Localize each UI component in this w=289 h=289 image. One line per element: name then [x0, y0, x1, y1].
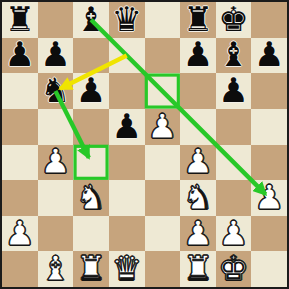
square-h6[interactable] [251, 73, 287, 109]
piece-white-knight[interactable]: ♞ [76, 180, 106, 214]
chess-board-frame: ♜♝♛♜♚♟♟♟♝♟♞♟♟♟♟♟♟♞♞♟♟♟♟♝♜♛♜♚ [0, 0, 289, 289]
square-h8[interactable] [251, 2, 287, 38]
piece-black-queen[interactable]: ♛ [111, 2, 141, 36]
square-a5[interactable] [2, 109, 38, 145]
square-h4[interactable] [251, 145, 287, 181]
square-b3[interactable] [38, 180, 74, 216]
square-h3[interactable]: ♟ [251, 180, 287, 216]
piece-black-pawn[interactable]: ♟ [111, 109, 141, 143]
square-f8[interactable]: ♜ [180, 2, 216, 38]
piece-black-pawn[interactable]: ♟ [5, 37, 35, 71]
square-d7[interactable] [109, 38, 145, 74]
square-a8[interactable]: ♜ [2, 2, 38, 38]
piece-black-pawn[interactable]: ♟ [40, 37, 70, 71]
piece-white-queen[interactable]: ♛ [111, 251, 141, 285]
piece-black-pawn[interactable]: ♟ [218, 73, 248, 107]
square-e4[interactable] [145, 145, 181, 181]
square-g8[interactable]: ♚ [216, 2, 252, 38]
piece-black-pawn[interactable]: ♟ [254, 37, 284, 71]
square-h2[interactable] [251, 216, 287, 252]
square-c6[interactable]: ♟ [73, 73, 109, 109]
piece-white-rook[interactable]: ♜ [183, 251, 213, 285]
square-b2[interactable] [38, 216, 74, 252]
square-e5[interactable]: ♟ [145, 109, 181, 145]
square-b8[interactable] [38, 2, 74, 38]
square-e6[interactable] [145, 73, 181, 109]
square-c4[interactable] [73, 145, 109, 181]
square-h7[interactable]: ♟ [251, 38, 287, 74]
piece-white-pawn[interactable]: ♟ [218, 216, 248, 250]
square-f4[interactable]: ♟ [180, 145, 216, 181]
piece-white-pawn[interactable]: ♟ [183, 144, 213, 178]
square-g1[interactable]: ♚ [216, 251, 252, 287]
square-d1[interactable]: ♛ [109, 251, 145, 287]
square-d8[interactable]: ♛ [109, 2, 145, 38]
square-a2[interactable]: ♟ [2, 216, 38, 252]
square-f1[interactable]: ♜ [180, 251, 216, 287]
square-a7[interactable]: ♟ [2, 38, 38, 74]
square-b1[interactable]: ♝ [38, 251, 74, 287]
square-b7[interactable]: ♟ [38, 38, 74, 74]
square-g5[interactable] [216, 109, 252, 145]
square-f5[interactable] [180, 109, 216, 145]
square-g6[interactable]: ♟ [216, 73, 252, 109]
square-d5[interactable]: ♟ [109, 109, 145, 145]
piece-white-knight[interactable]: ♞ [183, 180, 213, 214]
square-a6[interactable] [2, 73, 38, 109]
square-h1[interactable] [251, 251, 287, 287]
square-e8[interactable] [145, 2, 181, 38]
square-f3[interactable]: ♞ [180, 180, 216, 216]
piece-black-pawn[interactable]: ♟ [76, 73, 106, 107]
square-a1[interactable] [2, 251, 38, 287]
piece-black-rook[interactable]: ♜ [5, 2, 35, 36]
piece-white-pawn[interactable]: ♟ [40, 144, 70, 178]
square-e3[interactable] [145, 180, 181, 216]
piece-black-knight[interactable]: ♞ [40, 73, 70, 107]
piece-black-king[interactable]: ♚ [218, 2, 248, 36]
piece-black-bishop[interactable]: ♝ [76, 2, 106, 36]
piece-white-pawn[interactable]: ♟ [254, 180, 284, 214]
square-g7[interactable]: ♝ [216, 38, 252, 74]
piece-white-king[interactable]: ♚ [218, 251, 248, 285]
square-d6[interactable] [109, 73, 145, 109]
square-c5[interactable] [73, 109, 109, 145]
square-c2[interactable] [73, 216, 109, 252]
piece-black-rook[interactable]: ♜ [183, 2, 213, 36]
piece-white-pawn[interactable]: ♟ [5, 216, 35, 250]
square-c3[interactable]: ♞ [73, 180, 109, 216]
square-a3[interactable] [2, 180, 38, 216]
piece-white-pawn[interactable]: ♟ [183, 216, 213, 250]
piece-white-bishop[interactable]: ♝ [40, 251, 70, 285]
square-f7[interactable]: ♟ [180, 38, 216, 74]
piece-white-pawn[interactable]: ♟ [147, 109, 177, 143]
square-f6[interactable] [180, 73, 216, 109]
square-e1[interactable] [145, 251, 181, 287]
piece-black-bishop[interactable]: ♝ [218, 37, 248, 71]
piece-white-rook[interactable]: ♜ [76, 251, 106, 285]
square-b5[interactable] [38, 109, 74, 145]
chess-board: ♜♝♛♜♚♟♟♟♝♟♞♟♟♟♟♟♟♞♞♟♟♟♟♝♜♛♜♚ [2, 2, 287, 287]
piece-black-pawn[interactable]: ♟ [183, 37, 213, 71]
square-a4[interactable] [2, 145, 38, 181]
square-c1[interactable]: ♜ [73, 251, 109, 287]
square-g3[interactable] [216, 180, 252, 216]
square-b6[interactable]: ♞ [38, 73, 74, 109]
square-h5[interactable] [251, 109, 287, 145]
square-g4[interactable] [216, 145, 252, 181]
square-d3[interactable] [109, 180, 145, 216]
square-g2[interactable]: ♟ [216, 216, 252, 252]
square-d2[interactable] [109, 216, 145, 252]
square-c8[interactable]: ♝ [73, 2, 109, 38]
square-c7[interactable] [73, 38, 109, 74]
square-f2[interactable]: ♟ [180, 216, 216, 252]
square-b4[interactable]: ♟ [38, 145, 74, 181]
square-e2[interactable] [145, 216, 181, 252]
square-e7[interactable] [145, 38, 181, 74]
square-d4[interactable] [109, 145, 145, 181]
